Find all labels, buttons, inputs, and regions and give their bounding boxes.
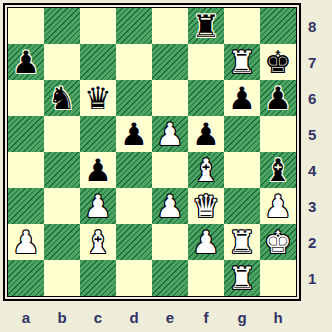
black-pawn[interactable]: ♟ bbox=[84, 155, 112, 186]
white-pawn[interactable]: ♟ bbox=[156, 119, 184, 150]
chess-diagram: ♜♟♜♚♞♛♟♟♟♟♟♟♝♝♟♟♛♟♟♝♟♜♚♜ abcdefgh 876543… bbox=[0, 0, 332, 332]
square-f6[interactable] bbox=[188, 80, 224, 116]
square-d1[interactable] bbox=[116, 260, 152, 296]
square-b7[interactable] bbox=[44, 44, 80, 80]
square-a2[interactable]: ♟ bbox=[8, 224, 44, 260]
white-pawn[interactable]: ♟ bbox=[192, 227, 220, 258]
square-f2[interactable]: ♟ bbox=[188, 224, 224, 260]
square-d3[interactable] bbox=[116, 188, 152, 224]
white-bishop[interactable]: ♝ bbox=[84, 227, 112, 258]
rank-label-7: 7 bbox=[304, 44, 330, 80]
black-pawn[interactable]: ♟ bbox=[264, 83, 292, 114]
square-g8[interactable] bbox=[224, 8, 260, 44]
square-g1[interactable]: ♜ bbox=[224, 260, 260, 296]
square-g4[interactable] bbox=[224, 152, 260, 188]
black-king[interactable]: ♚ bbox=[264, 47, 292, 78]
square-d6[interactable] bbox=[116, 80, 152, 116]
black-bishop[interactable]: ♝ bbox=[264, 155, 292, 186]
file-labels: abcdefgh bbox=[8, 304, 296, 330]
file-label-d: d bbox=[116, 304, 152, 330]
square-c3[interactable]: ♟ bbox=[80, 188, 116, 224]
black-pawn[interactable]: ♟ bbox=[228, 83, 256, 114]
square-h2[interactable]: ♚ bbox=[260, 224, 296, 260]
square-a7[interactable]: ♟ bbox=[8, 44, 44, 80]
square-e2[interactable] bbox=[152, 224, 188, 260]
square-f4[interactable]: ♝ bbox=[188, 152, 224, 188]
square-e6[interactable] bbox=[152, 80, 188, 116]
white-pawn[interactable]: ♟ bbox=[264, 191, 292, 222]
black-pawn[interactable]: ♟ bbox=[192, 119, 220, 150]
white-queen[interactable]: ♛ bbox=[192, 191, 220, 222]
white-rook[interactable]: ♜ bbox=[228, 227, 256, 258]
white-pawn[interactable]: ♟ bbox=[84, 191, 112, 222]
square-a1[interactable] bbox=[8, 260, 44, 296]
file-label-e: e bbox=[152, 304, 188, 330]
square-f8[interactable]: ♜ bbox=[188, 8, 224, 44]
square-b3[interactable] bbox=[44, 188, 80, 224]
square-b8[interactable] bbox=[44, 8, 80, 44]
square-f5[interactable]: ♟ bbox=[188, 116, 224, 152]
square-d4[interactable] bbox=[116, 152, 152, 188]
square-a3[interactable] bbox=[8, 188, 44, 224]
square-f7[interactable] bbox=[188, 44, 224, 80]
file-label-c: c bbox=[80, 304, 116, 330]
rank-label-2: 2 bbox=[304, 224, 330, 260]
square-c6[interactable]: ♛ bbox=[80, 80, 116, 116]
file-label-h: h bbox=[260, 304, 296, 330]
black-queen[interactable]: ♛ bbox=[84, 83, 112, 114]
square-c7[interactable] bbox=[80, 44, 116, 80]
square-g7[interactable]: ♜ bbox=[224, 44, 260, 80]
square-f3[interactable]: ♛ bbox=[188, 188, 224, 224]
rank-label-6: 6 bbox=[304, 80, 330, 116]
square-b2[interactable] bbox=[44, 224, 80, 260]
file-label-b: b bbox=[44, 304, 80, 330]
square-g6[interactable]: ♟ bbox=[224, 80, 260, 116]
square-g3[interactable] bbox=[224, 188, 260, 224]
square-h1[interactable] bbox=[260, 260, 296, 296]
square-c8[interactable] bbox=[80, 8, 116, 44]
chess-board-frame: ♜♟♜♚♞♛♟♟♟♟♟♟♝♝♟♟♛♟♟♝♟♜♚♜ bbox=[3, 3, 301, 301]
black-rook[interactable]: ♜ bbox=[192, 11, 220, 42]
square-b5[interactable] bbox=[44, 116, 80, 152]
white-king[interactable]: ♚ bbox=[264, 227, 292, 258]
square-a4[interactable] bbox=[8, 152, 44, 188]
square-e1[interactable] bbox=[152, 260, 188, 296]
square-d2[interactable] bbox=[116, 224, 152, 260]
rank-label-4: 4 bbox=[304, 152, 330, 188]
black-pawn[interactable]: ♟ bbox=[120, 119, 148, 150]
square-h6[interactable]: ♟ bbox=[260, 80, 296, 116]
square-h4[interactable]: ♝ bbox=[260, 152, 296, 188]
file-label-f: f bbox=[188, 304, 224, 330]
white-pawn[interactable]: ♟ bbox=[156, 191, 184, 222]
square-h3[interactable]: ♟ bbox=[260, 188, 296, 224]
white-rook[interactable]: ♜ bbox=[228, 263, 256, 294]
square-f1[interactable] bbox=[188, 260, 224, 296]
white-pawn[interactable]: ♟ bbox=[12, 227, 40, 258]
square-a6[interactable] bbox=[8, 80, 44, 116]
square-e4[interactable] bbox=[152, 152, 188, 188]
square-e8[interactable] bbox=[152, 8, 188, 44]
black-pawn[interactable]: ♟ bbox=[12, 47, 40, 78]
black-knight[interactable]: ♞ bbox=[48, 83, 76, 114]
square-c4[interactable]: ♟ bbox=[80, 152, 116, 188]
square-b6[interactable]: ♞ bbox=[44, 80, 80, 116]
file-label-g: g bbox=[224, 304, 260, 330]
square-d5[interactable]: ♟ bbox=[116, 116, 152, 152]
square-b1[interactable] bbox=[44, 260, 80, 296]
square-c5[interactable] bbox=[80, 116, 116, 152]
rank-label-5: 5 bbox=[304, 116, 330, 152]
square-d7[interactable] bbox=[116, 44, 152, 80]
square-e3[interactable]: ♟ bbox=[152, 188, 188, 224]
square-c1[interactable] bbox=[80, 260, 116, 296]
rank-labels: 87654321 bbox=[304, 8, 330, 296]
square-g2[interactable]: ♜ bbox=[224, 224, 260, 260]
square-e5[interactable]: ♟ bbox=[152, 116, 188, 152]
square-e7[interactable] bbox=[152, 44, 188, 80]
chess-board: ♜♟♜♚♞♛♟♟♟♟♟♟♝♝♟♟♛♟♟♝♟♜♚♜ bbox=[7, 7, 297, 297]
rank-label-3: 3 bbox=[304, 188, 330, 224]
rank-label-8: 8 bbox=[304, 8, 330, 44]
square-a5[interactable] bbox=[8, 116, 44, 152]
white-bishop[interactable]: ♝ bbox=[192, 155, 220, 186]
square-g5[interactable] bbox=[224, 116, 260, 152]
square-h7[interactable]: ♚ bbox=[260, 44, 296, 80]
square-h5[interactable] bbox=[260, 116, 296, 152]
file-label-a: a bbox=[8, 304, 44, 330]
rank-label-1: 1 bbox=[304, 260, 330, 296]
square-b4[interactable] bbox=[44, 152, 80, 188]
square-h8[interactable] bbox=[260, 8, 296, 44]
white-rook[interactable]: ♜ bbox=[228, 47, 256, 78]
square-c2[interactable]: ♝ bbox=[80, 224, 116, 260]
square-a8[interactable] bbox=[8, 8, 44, 44]
square-d8[interactable] bbox=[116, 8, 152, 44]
